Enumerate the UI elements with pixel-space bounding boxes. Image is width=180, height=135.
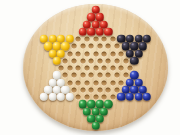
board-hole[interactable] [115,87,120,92]
board-hole[interactable] [72,73,77,78]
board-hole[interactable] [115,58,120,63]
board-hole[interactable] [63,73,68,78]
board-hole[interactable] [84,51,89,56]
board-hole[interactable] [93,51,98,56]
board-hole[interactable] [110,80,115,85]
board-hole[interactable] [76,51,81,56]
board-hole[interactable] [67,66,72,71]
board-hole[interactable] [110,51,115,56]
board-hole[interactable] [89,73,94,78]
board-hole[interactable] [102,37,107,42]
board-hole[interactable] [102,66,107,71]
board-hole[interactable] [110,37,115,42]
board-hole[interactable] [84,66,89,71]
board-hole[interactable] [102,51,107,56]
board-hole[interactable] [115,73,120,78]
chinese-checkers-photo [0,0,180,135]
board-hole[interactable] [119,51,124,56]
board-hole[interactable] [106,73,111,78]
game-board [23,4,168,131]
board-hole[interactable] [76,80,81,85]
board-hole[interactable] [93,66,98,71]
board-hole[interactable] [80,73,85,78]
board-hole[interactable] [110,95,115,100]
board-hole[interactable] [123,58,128,63]
board-hole[interactable] [123,73,128,78]
board-hole[interactable] [127,66,132,71]
board-hole[interactable] [80,87,85,92]
board-hole[interactable] [119,80,124,85]
board-hole[interactable] [76,66,81,71]
board-hole[interactable] [63,58,68,63]
board-hole[interactable] [97,44,102,49]
board-hole[interactable] [106,44,111,49]
board-hole[interactable] [72,58,77,63]
board-hole[interactable] [67,80,72,85]
board-hole[interactable] [97,58,102,63]
board-hole[interactable] [59,66,64,71]
board-hole[interactable] [89,58,94,63]
board-hole[interactable] [93,37,98,42]
board-hole[interactable] [93,80,98,85]
board-hole[interactable] [80,58,85,63]
board-hole[interactable] [89,87,94,92]
board-hole[interactable] [110,66,115,71]
board-hole[interactable] [76,37,81,42]
board-hole[interactable] [84,80,89,85]
board-hole[interactable] [67,51,72,56]
board-hole[interactable] [72,44,77,49]
board-hole[interactable] [80,44,85,49]
board-hole[interactable] [72,87,77,92]
board-hole[interactable] [76,95,81,100]
board-hole[interactable] [119,66,124,71]
board-hole[interactable] [102,95,107,100]
board-hole[interactable] [89,44,94,49]
board-hole[interactable] [97,87,102,92]
board-hole[interactable] [84,37,89,42]
board-hole[interactable] [115,44,120,49]
board-hole[interactable] [102,80,107,85]
board-hole[interactable] [93,95,98,100]
board-hole[interactable] [106,58,111,63]
board-hole[interactable] [84,95,89,100]
board-hole[interactable] [106,87,111,92]
board-hole[interactable] [97,73,102,78]
